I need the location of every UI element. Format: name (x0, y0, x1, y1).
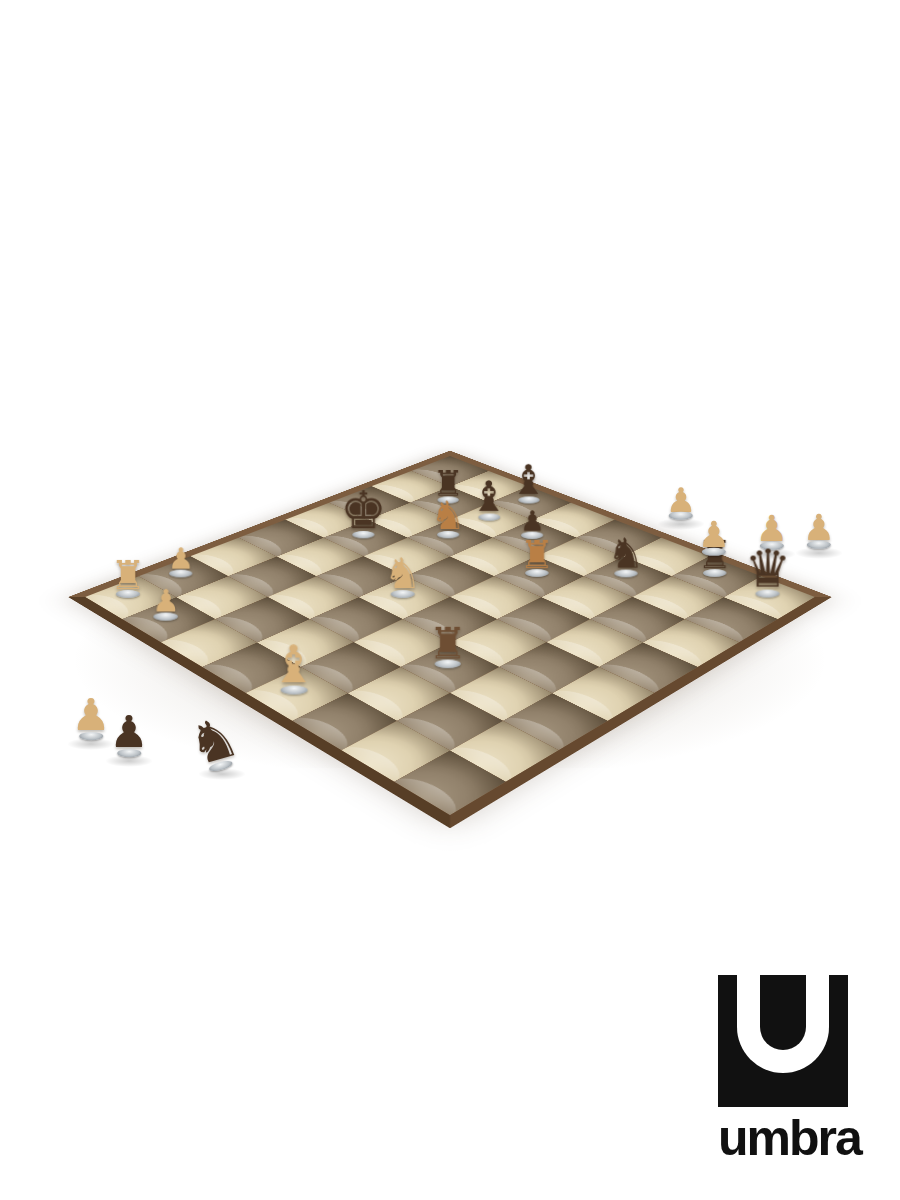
piece-light-rook-a1: ♜ (110, 556, 146, 598)
chrome-base (434, 659, 460, 668)
piece-light-pawn-light-pawn-right-2: ♟ (698, 518, 730, 556)
piece-dark-pawn-dark-pawn-left: ♟ (109, 711, 148, 757)
chess-board: ♝♜♛♜♝♟♞♞♜♚♞♜♟♜♟♝ (68, 451, 832, 829)
piece-light-pawn-light-pawn-right-1: ♟ (666, 484, 696, 520)
square-h2 (450, 721, 559, 782)
chrome-base (79, 732, 103, 740)
product-photo-stage: ♝♜♛♜♝♟♞♞♜♚♞♜♟♜♟♝ ♟♟♟♟♟♟♞ umbra (0, 0, 900, 1200)
umbra-logo: umbra (718, 975, 848, 1163)
pawn-glyph: ♟ (109, 711, 148, 753)
knight-glyph: ♞ (383, 554, 421, 594)
pawn-glyph: ♟ (803, 511, 835, 545)
u-icon (737, 975, 829, 1073)
piece-light-pawn-b1: ♟ (152, 587, 180, 620)
queen-glyph: ♛ (744, 545, 791, 594)
rook-glyph: ♜ (428, 622, 467, 663)
bishop-glyph: ♝ (271, 641, 317, 690)
chrome-base (117, 749, 141, 757)
umbra-logo-mark (718, 975, 848, 1107)
chrome-base (390, 590, 414, 598)
umbra-wordmark: umbra (718, 1113, 848, 1163)
square-g1 (341, 721, 450, 782)
piece-light-pawn-light-pawn-left: ♟ (71, 694, 110, 740)
pawn-glyph: ♟ (698, 518, 730, 552)
rook-glyph: ♜ (110, 556, 146, 594)
u-icon-counter (760, 975, 806, 1050)
piece-dark-rook-f3: ♜ (428, 622, 467, 668)
piece-light-pawn-light-pawn-right-4: ♟ (803, 511, 835, 549)
piece-light-bishop-e1: ♝ (271, 641, 317, 695)
pawn-glyph: ♟ (71, 694, 110, 736)
piece-light-knight-d4: ♞ (383, 554, 421, 598)
chrome-base (154, 612, 179, 620)
piece-dark-queen-h8: ♛ (744, 545, 791, 598)
chrome-base (280, 685, 307, 694)
